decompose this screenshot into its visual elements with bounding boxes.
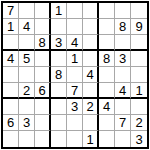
cell-r3c8[interactable] (115, 35, 131, 51)
cell-r2c7[interactable] (99, 19, 115, 35)
cell-r4c5-given-digit[interactable]: 1 (67, 51, 83, 67)
cell-r7c1[interactable] (3, 99, 19, 115)
cell-r8c7[interactable] (99, 115, 115, 131)
cell-r5c2[interactable] (19, 67, 35, 83)
cell-r6c8-given-digit[interactable]: 4 (115, 83, 131, 99)
cell-r5c5[interactable] (67, 67, 83, 83)
cell-r5c6-given-digit[interactable]: 4 (83, 67, 99, 83)
cell-r4c7-given-digit[interactable]: 8 (99, 51, 115, 67)
cell-r1c1-given-digit[interactable]: 7 (3, 3, 19, 19)
cell-r8c9-given-digit[interactable]: 2 (131, 115, 147, 131)
cell-r4c6[interactable] (83, 51, 99, 67)
cell-r1c7[interactable] (99, 3, 115, 19)
cell-r4c1-given-digit[interactable]: 4 (3, 51, 19, 67)
cell-r5c1[interactable] (3, 67, 19, 83)
cell-r8c3[interactable] (35, 115, 51, 131)
cell-r3c5-given-digit[interactable]: 4 (67, 35, 83, 51)
cell-r1c5[interactable] (67, 3, 83, 19)
cell-r1c3[interactable] (35, 3, 51, 19)
cell-r9c6-given-digit[interactable]: 1 (83, 131, 99, 147)
cell-r7c9[interactable] (131, 99, 147, 115)
cell-r2c5[interactable] (67, 19, 83, 35)
cell-r4c4[interactable] (51, 51, 67, 67)
cell-r3c4-given-digit[interactable]: 3 (51, 35, 67, 51)
cell-r6c9-given-digit[interactable]: 1 (131, 83, 147, 99)
cell-r6c6[interactable] (83, 83, 99, 99)
cell-r2c3[interactable] (35, 19, 51, 35)
cell-r9c8[interactable] (115, 131, 131, 147)
cell-r5c7[interactable] (99, 67, 115, 83)
cell-r2c8-given-digit[interactable]: 8 (115, 19, 131, 35)
cell-r7c7-given-digit[interactable]: 4 (99, 99, 115, 115)
cell-r9c9-given-digit[interactable]: 3 (131, 131, 147, 147)
cell-r9c5[interactable] (67, 131, 83, 147)
cell-r5c9[interactable] (131, 67, 147, 83)
cell-r6c2-given-digit[interactable]: 2 (19, 83, 35, 99)
cell-r7c5-given-digit[interactable]: 3 (67, 99, 83, 115)
cell-r5c8[interactable] (115, 67, 131, 83)
cell-r8c5[interactable] (67, 115, 83, 131)
cell-r7c4[interactable] (51, 99, 67, 115)
cell-r6c1[interactable] (3, 83, 19, 99)
cell-r3c1[interactable] (3, 35, 19, 51)
cell-r1c4-given-digit[interactable]: 1 (51, 3, 67, 19)
cell-r8c8-given-digit[interactable]: 7 (115, 115, 131, 131)
cell-r4c9[interactable] (131, 51, 147, 67)
cell-r6c4[interactable] (51, 83, 67, 99)
cell-r9c4[interactable] (51, 131, 67, 147)
cell-r7c8[interactable] (115, 99, 131, 115)
cell-r2c1-given-digit[interactable]: 1 (3, 19, 19, 35)
cell-r9c7[interactable] (99, 131, 115, 147)
cell-r7c2[interactable] (19, 99, 35, 115)
cell-r7c6-given-digit[interactable]: 2 (83, 99, 99, 115)
cell-r3c6[interactable] (83, 35, 99, 51)
cell-r4c3[interactable] (35, 51, 51, 67)
cell-r6c3-given-digit[interactable]: 6 (35, 83, 51, 99)
cell-r9c2[interactable] (19, 131, 35, 147)
cell-r1c8[interactable] (115, 3, 131, 19)
cell-r2c2-given-digit[interactable]: 4 (19, 19, 35, 35)
cell-r2c9-given-digit[interactable]: 9 (131, 19, 147, 35)
cell-r8c6[interactable] (83, 115, 99, 131)
cell-r9c1[interactable] (3, 131, 19, 147)
cell-r6c5-given-digit[interactable]: 7 (67, 83, 83, 99)
cell-r1c2[interactable] (19, 3, 35, 19)
cell-r8c2-given-digit[interactable]: 3 (19, 115, 35, 131)
cell-r3c2[interactable] (19, 35, 35, 51)
cell-r5c3[interactable] (35, 67, 51, 83)
cell-r3c9[interactable] (131, 35, 147, 51)
cell-r7c3[interactable] (35, 99, 51, 115)
cell-r8c1-given-digit[interactable]: 6 (3, 115, 19, 131)
cell-r6c7[interactable] (99, 83, 115, 99)
cell-r9c3[interactable] (35, 131, 51, 147)
cell-r2c4[interactable] (51, 19, 67, 35)
cell-r1c9[interactable] (131, 3, 147, 19)
cell-r2c6[interactable] (83, 19, 99, 35)
cell-r3c3-given-digit[interactable]: 8 (35, 35, 51, 51)
cell-r4c2-given-digit[interactable]: 5 (19, 51, 35, 67)
cell-r8c4[interactable] (51, 115, 67, 131)
cell-r4c8-given-digit[interactable]: 3 (115, 51, 131, 67)
sudoku-board: 711489834451838426741324637213 (1, 1, 149, 149)
cell-r1c6[interactable] (83, 3, 99, 19)
cell-r5c4-given-digit[interactable]: 8 (51, 67, 67, 83)
cell-r3c7[interactable] (99, 35, 115, 51)
